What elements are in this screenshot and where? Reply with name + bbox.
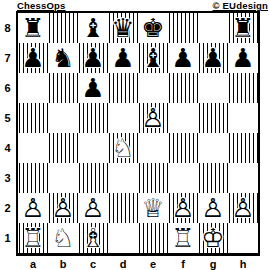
piece-outline: ♖	[18, 223, 48, 253]
square-g3	[198, 163, 228, 193]
square-e7: ♝	[138, 43, 168, 73]
square-h6	[228, 73, 258, 103]
square-c7: ♟	[78, 43, 108, 73]
square-d5	[108, 103, 138, 133]
square-b3	[48, 163, 78, 193]
square-f2: ♟♙	[168, 193, 198, 223]
rank-label-6: 6	[0, 73, 15, 103]
square-h2: ♟♙	[228, 193, 258, 223]
square-b7: ♞	[48, 43, 78, 73]
rank-labels: 87654321	[0, 13, 15, 253]
piece-white-pawn-g2: ♟♙	[198, 193, 228, 223]
piece-outline: ♙	[18, 193, 48, 223]
square-e8: ♚	[138, 13, 168, 43]
eudesign-credit-link[interactable]: © EUdesign	[213, 0, 268, 11]
square-c6: ♟	[78, 73, 108, 103]
piece-black-bishop-e7: ♝	[138, 43, 168, 73]
square-c8: ♝	[78, 13, 108, 43]
piece-outline: ♙	[138, 103, 168, 133]
piece-black-pawn-c6: ♟	[78, 73, 108, 103]
square-a1: ♜♖	[18, 223, 48, 253]
square-c4	[78, 133, 108, 163]
piece-outline: ♙	[198, 193, 228, 223]
square-g2: ♟♙	[198, 193, 228, 223]
piece-black-pawn-d7: ♟	[108, 43, 138, 73]
piece-black-rook-a8: ♜	[18, 13, 48, 43]
square-d2	[108, 193, 138, 223]
file-label-f: f	[168, 257, 198, 270]
square-h8: ♜	[228, 13, 258, 43]
square-a8: ♜	[18, 13, 48, 43]
square-b2: ♟♙	[48, 193, 78, 223]
square-e3	[138, 163, 168, 193]
piece-black-queen-d8: ♛	[108, 13, 138, 43]
square-g6	[198, 73, 228, 103]
square-e6	[138, 73, 168, 103]
file-label-e: e	[138, 257, 168, 270]
file-labels: abcdefgh	[18, 257, 258, 270]
square-e4	[138, 133, 168, 163]
file-label-h: h	[228, 257, 258, 270]
square-h3	[228, 163, 258, 193]
piece-black-bishop-c8: ♝	[78, 13, 108, 43]
piece-white-rook-f1: ♜♖	[168, 223, 198, 253]
piece-black-pawn-f7: ♟	[168, 43, 198, 73]
square-h5	[228, 103, 258, 133]
chessops-link[interactable]: ChessOps	[17, 0, 66, 11]
piece-white-pawn-e5: ♟♙	[138, 103, 168, 133]
rank-label-4: 4	[0, 133, 15, 163]
square-a4	[18, 133, 48, 163]
chess-diagram: ChessOps © EUdesign 87654321 ♜♝♛♚♜♟♞♟♟♝♟…	[0, 0, 270, 270]
square-e1	[138, 223, 168, 253]
file-label-c: c	[78, 257, 108, 270]
square-f5	[168, 103, 198, 133]
rank-label-7: 7	[0, 43, 15, 73]
square-b6	[48, 73, 78, 103]
square-f1: ♜♖	[168, 223, 198, 253]
piece-black-rook-h8: ♜	[228, 13, 258, 43]
square-d1	[108, 223, 138, 253]
piece-white-pawn-c2: ♟♙	[78, 193, 108, 223]
square-a7: ♟	[18, 43, 48, 73]
square-f7: ♟	[168, 43, 198, 73]
square-c2: ♟♙	[78, 193, 108, 223]
square-f6	[168, 73, 198, 103]
piece-white-knight-d4: ♞♘	[108, 133, 138, 163]
square-f4	[168, 133, 198, 163]
square-e2: ♛♕	[138, 193, 168, 223]
piece-white-pawn-f2: ♟♙	[168, 193, 198, 223]
square-d4: ♞♘	[108, 133, 138, 163]
square-b8	[48, 13, 78, 43]
square-c5	[78, 103, 108, 133]
square-a3	[18, 163, 48, 193]
piece-outline: ♙	[78, 193, 108, 223]
square-g5	[198, 103, 228, 133]
piece-white-pawn-a2: ♟♙	[18, 193, 48, 223]
file-label-b: b	[48, 257, 78, 270]
square-f3	[168, 163, 198, 193]
piece-black-pawn-a7: ♟	[18, 43, 48, 73]
piece-white-pawn-b2: ♟♙	[48, 193, 78, 223]
square-g4	[198, 133, 228, 163]
rank-label-1: 1	[0, 223, 15, 253]
piece-outline: ♗	[78, 223, 108, 253]
square-b5	[48, 103, 78, 133]
rank-label-2: 2	[0, 193, 15, 223]
file-label-a: a	[18, 257, 48, 270]
piece-white-queen-e2: ♛♕	[138, 193, 168, 223]
square-g8	[198, 13, 228, 43]
piece-black-pawn-c7: ♟	[78, 43, 108, 73]
square-h7: ♟	[228, 43, 258, 73]
file-label-g: g	[198, 257, 228, 270]
square-c3	[78, 163, 108, 193]
square-b4	[48, 133, 78, 163]
piece-outline: ♙	[48, 193, 78, 223]
piece-outline: ♖	[168, 223, 198, 253]
square-g1: ♚♔	[198, 223, 228, 253]
square-g7: ♟	[198, 43, 228, 73]
square-d6	[108, 73, 138, 103]
piece-white-knight-b1: ♞♘	[48, 223, 78, 253]
square-h1	[228, 223, 258, 253]
piece-white-king-g1: ♚♔	[198, 223, 228, 253]
piece-black-pawn-g7: ♟	[198, 43, 228, 73]
piece-black-pawn-h7: ♟	[228, 43, 258, 73]
square-f8	[168, 13, 198, 43]
piece-white-rook-a1: ♜♖	[18, 223, 48, 253]
square-a6	[18, 73, 48, 103]
square-b1: ♞♘	[48, 223, 78, 253]
piece-black-king-e8: ♚	[138, 13, 168, 43]
square-e5: ♟♙	[138, 103, 168, 133]
piece-outline: ♕	[138, 193, 168, 223]
piece-black-knight-b7: ♞	[48, 43, 78, 73]
square-a5	[18, 103, 48, 133]
piece-outline: ♘	[108, 133, 138, 163]
square-c1: ♝♗	[78, 223, 108, 253]
piece-white-pawn-h2: ♟♙	[228, 193, 258, 223]
piece-white-bishop-c1: ♝♗	[78, 223, 108, 253]
square-a2: ♟♙	[18, 193, 48, 223]
file-label-d: d	[108, 257, 138, 270]
piece-outline: ♙	[168, 193, 198, 223]
chess-board: ♜♝♛♚♜♟♞♟♟♝♟♟♟♟♟♙♞♘♟♙♟♙♟♙♛♕♟♙♟♙♟♙♜♖♞♘♝♗♜♖…	[16, 11, 260, 256]
rank-label-3: 3	[0, 163, 15, 193]
square-d3	[108, 163, 138, 193]
rank-label-8: 8	[0, 13, 15, 43]
piece-outline: ♔	[198, 223, 228, 253]
rank-label-5: 5	[0, 103, 15, 133]
piece-outline: ♙	[228, 193, 258, 223]
square-d7: ♟	[108, 43, 138, 73]
square-d8: ♛	[108, 13, 138, 43]
piece-outline: ♘	[48, 223, 78, 253]
square-h4	[228, 133, 258, 163]
